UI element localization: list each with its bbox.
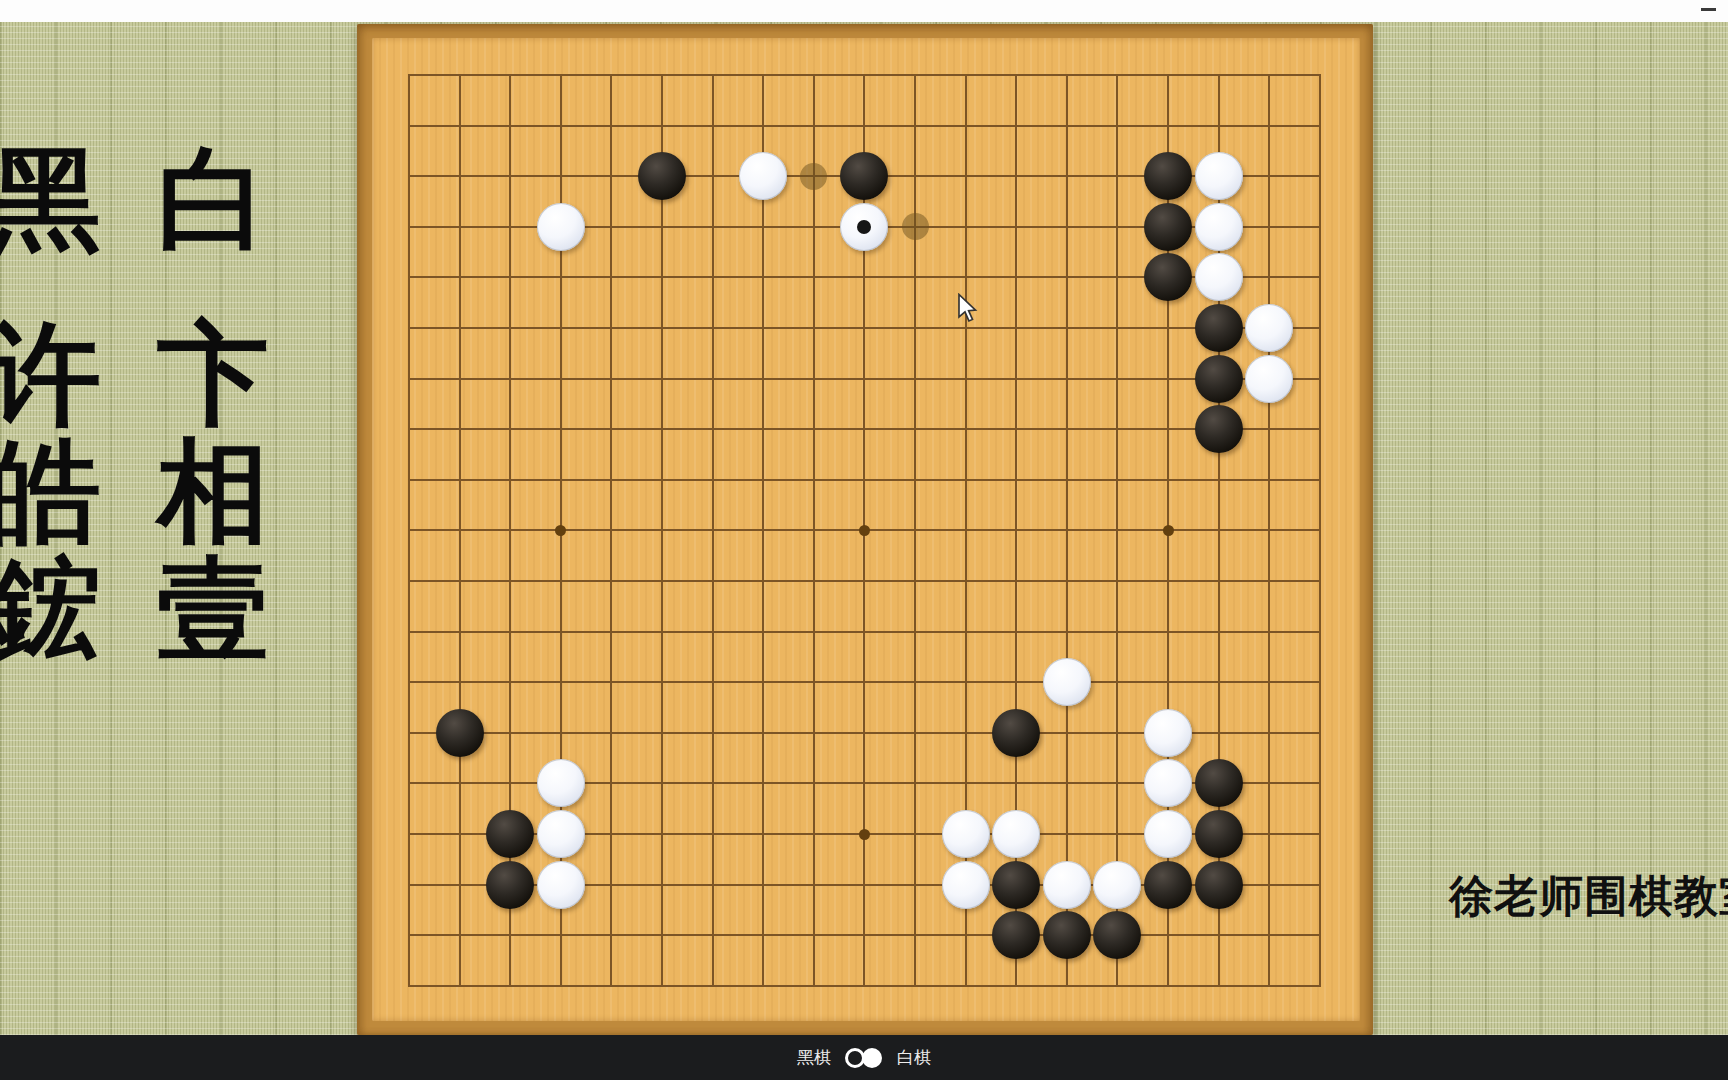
stone-white: [1144, 759, 1192, 807]
stone-white: [537, 810, 585, 858]
stone-black: [486, 810, 534, 858]
grid-line-vertical: [914, 74, 916, 987]
go-board[interactable]: [357, 24, 1373, 1035]
stone-color-toggle[interactable]: [845, 1048, 883, 1068]
titlebar: [0, 0, 1728, 22]
star-point: [859, 525, 870, 536]
grid-line-horizontal: [408, 681, 1321, 683]
grid-line-horizontal: [408, 631, 1321, 633]
stone-white: [1195, 253, 1243, 301]
ghost-capture-marker: [800, 163, 827, 190]
stone-white: [1245, 355, 1293, 403]
grid-line-vertical: [1116, 74, 1118, 987]
classroom-banner: 徐老师围棋教室: [1449, 867, 1728, 926]
player-white-name-char: 壹: [143, 550, 283, 670]
stone-white: [1043, 861, 1091, 909]
stone-black: [1144, 253, 1192, 301]
stone-black: [992, 911, 1040, 959]
stone-white: [537, 861, 585, 909]
bottom-toolbar: 黑棋 白棋: [0, 1035, 1728, 1080]
stone-black: [992, 709, 1040, 757]
stone-white: [942, 861, 990, 909]
stone-black: [840, 152, 888, 200]
player-black-color-label: 黑: [0, 140, 115, 260]
stone-black: [1043, 911, 1091, 959]
stone-black: [1144, 861, 1192, 909]
white-stone-toggle-icon: [862, 1048, 882, 1068]
player-black-name-char: 鋐: [0, 550, 115, 670]
grid-line-horizontal: [408, 985, 1321, 987]
player-black-name-char: 皓: [0, 432, 115, 552]
stone-white: [942, 810, 990, 858]
toolbar-label-white: 白棋: [897, 1046, 931, 1069]
stone-white: [1245, 304, 1293, 352]
stone-black: [1195, 861, 1243, 909]
grid-line-horizontal: [408, 934, 1321, 936]
stone-black: [1195, 304, 1243, 352]
player-white-name-char: 相: [143, 432, 283, 552]
stone-white: [1043, 658, 1091, 706]
ghost-capture-marker: [902, 213, 929, 240]
stone-black: [1093, 911, 1141, 959]
toolbar-label-black: 黑棋: [797, 1046, 831, 1069]
stone-black: [638, 152, 686, 200]
stone-white: [1195, 203, 1243, 251]
grid-line-vertical: [1066, 74, 1068, 987]
stone-white: [1144, 709, 1192, 757]
grid-line-vertical: [1268, 74, 1270, 987]
player-white-color-label: 白: [143, 140, 283, 260]
stone-white: [1093, 861, 1141, 909]
stone-white: [1195, 152, 1243, 200]
stone-black: [1144, 203, 1192, 251]
player-white-name-char: 卞: [143, 315, 283, 435]
board-grid[interactable]: [357, 24, 1373, 1035]
stone-white: [537, 759, 585, 807]
stone-black: [436, 709, 484, 757]
star-point: [1163, 525, 1174, 536]
stone-white: [537, 203, 585, 251]
app-window: { "game": "go", "board": { "size": 19, "…: [0, 0, 1728, 1080]
stone-black: [1195, 810, 1243, 858]
player-black-name-char: 许: [0, 315, 115, 435]
stone-white: [739, 152, 787, 200]
stone-black: [1195, 759, 1243, 807]
stone-black: [1195, 405, 1243, 453]
mouse-cursor: [957, 293, 979, 323]
minimize-button[interactable]: [1701, 8, 1716, 11]
grid-line-vertical: [1319, 74, 1321, 987]
stone-white: [1144, 810, 1192, 858]
stone-black: [992, 861, 1040, 909]
star-point: [859, 829, 870, 840]
stone-white: [992, 810, 1040, 858]
star-point: [555, 525, 566, 536]
stone-black: [1195, 355, 1243, 403]
grid-line-horizontal: [408, 580, 1321, 582]
stone-black: [1144, 152, 1192, 200]
stone-black: [486, 861, 534, 909]
